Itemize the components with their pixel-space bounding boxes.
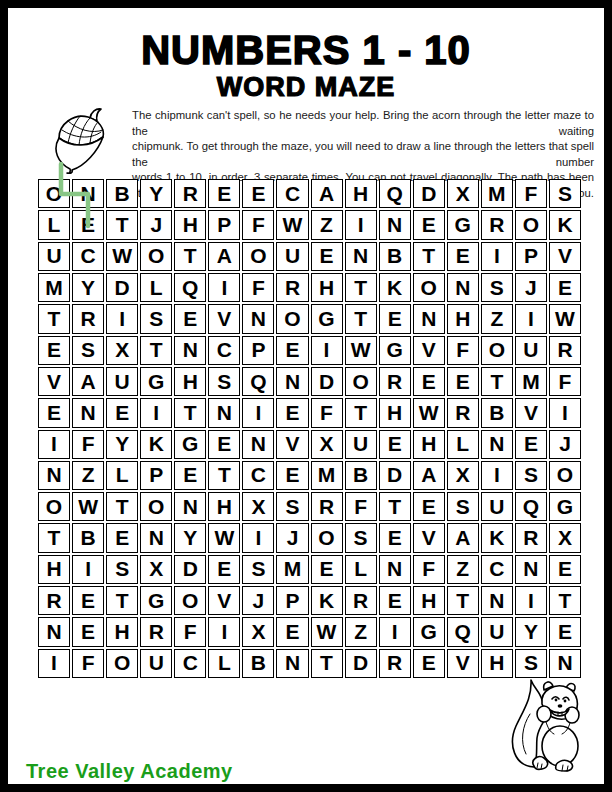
grid-cell-r4c12: O <box>413 273 445 302</box>
grid-cell-r10c9: M <box>311 461 343 490</box>
grid-cell-r13c2: I <box>72 555 104 584</box>
grid-cell-r8c14: B <box>481 398 513 427</box>
grid-cell-r11c3: T <box>106 492 138 521</box>
grid-cell-r11c12: E <box>413 492 445 521</box>
grid-cell-r2c5: H <box>174 210 206 239</box>
grid-cell-r8c12: W <box>413 398 445 427</box>
grid-cell-r13c12: F <box>413 555 445 584</box>
grid-cell-r14c13: T <box>447 586 479 615</box>
grid-cell-r4c2: Y <box>72 273 104 302</box>
grid-cell-r4c9: H <box>311 273 343 302</box>
grid-cell-r16c7: B <box>242 649 274 678</box>
instructions-line-2: chipmunk. To get through the maze, you w… <box>132 139 594 170</box>
grid-cell-r7c2: A <box>72 367 104 396</box>
grid-cell-r5c4: S <box>140 304 172 333</box>
grid-cell-r2c7: F <box>242 210 274 239</box>
page-subtitle: WORD MAZE <box>8 72 604 103</box>
grid-cell-r2c15: O <box>515 210 547 239</box>
grid-cell-r11c13: S <box>447 492 479 521</box>
grid-cell-r9c16: J <box>549 430 581 459</box>
letter-maze-grid: ONBYREECAHQDXMFSLETJHPFWZINEGROKUCWOTAOU… <box>38 179 581 678</box>
grid-cell-r14c14: N <box>481 586 513 615</box>
grid-cell-r2c13: G <box>447 210 479 239</box>
grid-cell-r12c8: J <box>276 523 308 552</box>
grid-cell-r13c15: N <box>515 555 547 584</box>
grid-cell-r2c10: I <box>345 210 377 239</box>
grid-cell-r1c16: S <box>549 179 581 208</box>
grid-cell-r2c1: L <box>38 210 70 239</box>
grid-cell-r13c4: X <box>140 555 172 584</box>
grid-cell-r8c11: H <box>379 398 411 427</box>
grid-cell-r4c5: Q <box>174 273 206 302</box>
grid-cell-r11c11: T <box>379 492 411 521</box>
grid-cell-r7c12: E <box>413 367 445 396</box>
grid-cell-r12c10: S <box>345 523 377 552</box>
grid-cell-r13c14: C <box>481 555 513 584</box>
grid-cell-r12c11: E <box>379 523 411 552</box>
grid-cell-r4c13: N <box>447 273 479 302</box>
grid-cell-r6c6: C <box>208 336 240 365</box>
grid-cell-r1c1: O <box>38 179 70 208</box>
grid-cell-r9c13: L <box>447 430 479 459</box>
grid-cell-r12c5: Y <box>174 523 206 552</box>
grid-cell-r11c7: X <box>242 492 274 521</box>
grid-cell-r3c11: B <box>379 242 411 271</box>
grid-cell-r16c6: L <box>208 649 240 678</box>
grid-cell-r16c1: I <box>38 649 70 678</box>
grid-cell-r4c4: L <box>140 273 172 302</box>
grid-cell-r10c16: O <box>549 461 581 490</box>
grid-cell-r15c7: X <box>242 617 274 646</box>
grid-cell-r8c4: I <box>140 398 172 427</box>
grid-cell-r3c15: P <box>515 242 547 271</box>
grid-cell-r11c16: G <box>549 492 581 521</box>
grid-cell-r15c10: Z <box>345 617 377 646</box>
grid-cell-r13c13: Z <box>447 555 479 584</box>
grid-cell-r6c2: S <box>72 336 104 365</box>
grid-cell-r7c3: U <box>106 367 138 396</box>
grid-cell-r14c6: V <box>208 586 240 615</box>
grid-cell-r9c9: X <box>311 430 343 459</box>
grid-cell-r10c11: D <box>379 461 411 490</box>
grid-cell-r2c2: E <box>72 210 104 239</box>
grid-cell-r13c16: E <box>549 555 581 584</box>
grid-cell-r14c12: H <box>413 586 445 615</box>
grid-cell-r1c13: X <box>447 179 479 208</box>
grid-cell-r10c4: P <box>140 461 172 490</box>
grid-cell-r3c8: U <box>276 242 308 271</box>
grid-cell-r2c9: Z <box>311 210 343 239</box>
grid-cell-r5c10: T <box>345 304 377 333</box>
grid-cell-r13c10: L <box>345 555 377 584</box>
instructions-line-1: The chipmunk can't spell, so he needs yo… <box>132 108 594 139</box>
grid-cell-r15c12: G <box>413 617 445 646</box>
grid-cell-r1c10: H <box>345 179 377 208</box>
grid-cell-r12c6: W <box>208 523 240 552</box>
grid-cell-r16c8: N <box>276 649 308 678</box>
grid-cell-r14c5: O <box>174 586 206 615</box>
grid-cell-r4c11: K <box>379 273 411 302</box>
grid-cell-r11c15: Q <box>515 492 547 521</box>
grid-cell-r16c2: F <box>72 649 104 678</box>
grid-cell-r12c3: E <box>106 523 138 552</box>
grid-cell-r15c14: U <box>481 617 513 646</box>
grid-cell-r7c13: E <box>447 367 479 396</box>
grid-cell-r1c7: E <box>242 179 274 208</box>
grid-cell-r7c11: R <box>379 367 411 396</box>
grid-cell-r9c10: U <box>345 430 377 459</box>
grid-cell-r13c7: S <box>242 555 274 584</box>
grid-cell-r11c10: F <box>345 492 377 521</box>
grid-cell-r3c3: W <box>106 242 138 271</box>
grid-cell-r7c16: F <box>549 367 581 396</box>
chipmunk-icon <box>504 674 594 774</box>
grid-cell-r6c10: W <box>345 336 377 365</box>
grid-cell-r3c6: A <box>208 242 240 271</box>
grid-cell-r12c9: O <box>311 523 343 552</box>
grid-cell-r14c3: T <box>106 586 138 615</box>
grid-cell-r5c3: I <box>106 304 138 333</box>
grid-cell-r7c1: V <box>38 367 70 396</box>
grid-cell-r6c15: U <box>515 336 547 365</box>
grid-cell-r3c10: N <box>345 242 377 271</box>
grid-cell-r1c11: Q <box>379 179 411 208</box>
grid-cell-r16c3: O <box>106 649 138 678</box>
grid-cell-r10c3: L <box>106 461 138 490</box>
grid-cell-r11c1: O <box>38 492 70 521</box>
grid-cell-r13c8: M <box>276 555 308 584</box>
acorn-icon <box>46 106 112 174</box>
grid-cell-r7c6: S <box>208 367 240 396</box>
grid-cell-r14c8: P <box>276 586 308 615</box>
grid-cell-r15c11: I <box>379 617 411 646</box>
grid-cell-r7c5: H <box>174 367 206 396</box>
grid-cell-r8c13: R <box>447 398 479 427</box>
grid-cell-r15c4: R <box>140 617 172 646</box>
grid-cell-r10c14: I <box>481 461 513 490</box>
grid-cell-r4c7: F <box>242 273 274 302</box>
grid-cell-r4c1: M <box>38 273 70 302</box>
grid-cell-r11c2: W <box>72 492 104 521</box>
grid-cell-r14c11: E <box>379 586 411 615</box>
grid-cell-r13c3: S <box>106 555 138 584</box>
grid-cell-r15c8: E <box>276 617 308 646</box>
grid-cell-r15c16: E <box>549 617 581 646</box>
grid-cell-r14c7: J <box>242 586 274 615</box>
grid-cell-r15c13: Q <box>447 617 479 646</box>
grid-cell-r8c6: N <box>208 398 240 427</box>
grid-cell-r12c15: R <box>515 523 547 552</box>
grid-cell-r8c5: T <box>174 398 206 427</box>
grid-cell-r2c12: E <box>413 210 445 239</box>
grid-cell-r11c8: S <box>276 492 308 521</box>
grid-cell-r5c13: H <box>447 304 479 333</box>
grid-cell-r4c16: E <box>549 273 581 302</box>
worksheet-page: NUMBERS 1 - 10 WORD MAZE The chipmunk ca… <box>0 0 612 792</box>
grid-cell-r7c8: N <box>276 367 308 396</box>
grid-cell-r1c5: R <box>174 179 206 208</box>
footer-brand: Tree Valley Academy <box>26 760 233 783</box>
grid-cell-r8c1: E <box>38 398 70 427</box>
grid-cell-r8c15: V <box>515 398 547 427</box>
grid-cell-r7c7: Q <box>242 367 274 396</box>
grid-cell-r13c9: E <box>311 555 343 584</box>
grid-cell-r16c5: C <box>174 649 206 678</box>
grid-cell-r9c11: E <box>379 430 411 459</box>
grid-cell-r8c9: F <box>311 398 343 427</box>
grid-cell-r4c10: T <box>345 273 377 302</box>
grid-cell-r9c7: N <box>242 430 274 459</box>
page-title: NUMBERS 1 - 10 <box>8 28 604 73</box>
grid-cell-r3c2: C <box>72 242 104 271</box>
grid-cell-r14c1: R <box>38 586 70 615</box>
grid-cell-r3c7: O <box>242 242 274 271</box>
grid-cell-r6c11: G <box>379 336 411 365</box>
grid-cell-r3c5: T <box>174 242 206 271</box>
grid-cell-r6c1: E <box>38 336 70 365</box>
grid-cell-r5c8: O <box>276 304 308 333</box>
grid-cell-r11c5: N <box>174 492 206 521</box>
grid-cell-r12c13: A <box>447 523 479 552</box>
grid-cell-r5c1: T <box>38 304 70 333</box>
grid-cell-r6c5: N <box>174 336 206 365</box>
grid-cell-r15c6: I <box>208 617 240 646</box>
grid-cell-r13c1: H <box>38 555 70 584</box>
grid-cell-r2c6: P <box>208 210 240 239</box>
grid-cell-r6c13: F <box>447 336 479 365</box>
grid-cell-r9c8: V <box>276 430 308 459</box>
grid-cell-r3c1: U <box>38 242 70 271</box>
grid-cell-r12c12: V <box>413 523 445 552</box>
acorn-illustration <box>46 106 112 174</box>
grid-cell-r15c2: E <box>72 617 104 646</box>
grid-cell-r10c2: Z <box>72 461 104 490</box>
grid-cell-r15c9: W <box>311 617 343 646</box>
grid-cell-r8c7: I <box>242 398 274 427</box>
grid-cell-r16c11: R <box>379 649 411 678</box>
grid-cell-r9c12: H <box>413 430 445 459</box>
grid-cell-r12c14: K <box>481 523 513 552</box>
grid-cell-r16c13: V <box>447 649 479 678</box>
grid-cell-r6c14: O <box>481 336 513 365</box>
grid-cell-r4c14: S <box>481 273 513 302</box>
grid-cell-r11c14: U <box>481 492 513 521</box>
grid-cell-r10c15: S <box>515 461 547 490</box>
grid-cell-r5c14: Z <box>481 304 513 333</box>
grid-cell-r14c2: E <box>72 586 104 615</box>
grid-cell-r7c15: M <box>515 367 547 396</box>
grid-cell-r1c6: E <box>208 179 240 208</box>
grid-cell-r7c14: T <box>481 367 513 396</box>
grid-cell-r9c3: Y <box>106 430 138 459</box>
grid-cell-r3c16: V <box>549 242 581 271</box>
grid-cell-r5c6: V <box>208 304 240 333</box>
grid-cell-r8c16: I <box>549 398 581 427</box>
grid-cell-r2c3: T <box>106 210 138 239</box>
grid-cell-r3c9: E <box>311 242 343 271</box>
grid-cell-r16c9: T <box>311 649 343 678</box>
grid-cell-r14c9: K <box>311 586 343 615</box>
grid-cell-r16c4: U <box>140 649 172 678</box>
grid-cell-r4c3: D <box>106 273 138 302</box>
grid-cell-r6c8: E <box>276 336 308 365</box>
grid-cell-r11c6: H <box>208 492 240 521</box>
grid-cell-r3c12: T <box>413 242 445 271</box>
grid-cell-r9c4: K <box>140 430 172 459</box>
grid-cell-r10c13: X <box>447 461 479 490</box>
grid-cell-r10c12: A <box>413 461 445 490</box>
grid-cell-r1c2: N <box>72 179 104 208</box>
grid-cell-r8c10: T <box>345 398 377 427</box>
grid-cell-r6c9: I <box>311 336 343 365</box>
grid-cell-r6c16: R <box>549 336 581 365</box>
grid-cell-r7c4: G <box>140 367 172 396</box>
grid-cell-r9c14: N <box>481 430 513 459</box>
grid-cell-r10c6: T <box>208 461 240 490</box>
grid-cell-r8c8: E <box>276 398 308 427</box>
grid-cell-r1c8: C <box>276 179 308 208</box>
grid-cell-r15c5: F <box>174 617 206 646</box>
grid-cell-r15c3: H <box>106 617 138 646</box>
grid-cell-r2c16: K <box>549 210 581 239</box>
grid-cell-r14c15: I <box>515 586 547 615</box>
grid-cell-r7c10: O <box>345 367 377 396</box>
grid-cell-r11c4: O <box>140 492 172 521</box>
grid-cell-r11c9: R <box>311 492 343 521</box>
grid-cell-r15c1: N <box>38 617 70 646</box>
grid-cell-r2c4: J <box>140 210 172 239</box>
grid-cell-r13c11: N <box>379 555 411 584</box>
grid-cell-r14c16: T <box>549 586 581 615</box>
grid-cell-r9c1: I <box>38 430 70 459</box>
grid-cell-r3c13: E <box>447 242 479 271</box>
grid-cell-r5c16: W <box>549 304 581 333</box>
grid-cell-r5c9: G <box>311 304 343 333</box>
grid-cell-r9c6: E <box>208 430 240 459</box>
grid-cell-r1c9: A <box>311 179 343 208</box>
grid-cell-r3c14: I <box>481 242 513 271</box>
grid-cell-r3c4: O <box>140 242 172 271</box>
grid-cell-r6c12: V <box>413 336 445 365</box>
grid-cell-r10c1: N <box>38 461 70 490</box>
grid-cell-r4c15: J <box>515 273 547 302</box>
grid-cell-r10c8: E <box>276 461 308 490</box>
grid-cell-r10c5: E <box>174 461 206 490</box>
grid-cell-r9c5: G <box>174 430 206 459</box>
grid-cell-r5c2: R <box>72 304 104 333</box>
grid-cell-r1c4: Y <box>140 179 172 208</box>
grid-cell-r6c4: T <box>140 336 172 365</box>
grid-cell-r16c12: E <box>413 649 445 678</box>
grid-cell-r12c4: N <box>140 523 172 552</box>
grid-cell-r12c2: B <box>72 523 104 552</box>
grid-cell-r8c2: N <box>72 398 104 427</box>
grid-cell-r5c12: N <box>413 304 445 333</box>
grid-cell-r2c14: R <box>481 210 513 239</box>
grid-cell-r14c10: R <box>345 586 377 615</box>
grid-cell-r12c16: X <box>549 523 581 552</box>
grid-cell-r12c7: I <box>242 523 274 552</box>
grid-cell-r8c3: E <box>106 398 138 427</box>
grid-cell-r15c15: Y <box>515 617 547 646</box>
grid-cell-r5c7: N <box>242 304 274 333</box>
grid-cell-r4c8: R <box>276 273 308 302</box>
grid-cell-r10c7: C <box>242 461 274 490</box>
grid-cell-r13c5: D <box>174 555 206 584</box>
grid-cell-r16c10: D <box>345 649 377 678</box>
grid-cell-r2c11: N <box>379 210 411 239</box>
grid-cell-r6c7: P <box>242 336 274 365</box>
grid-cell-r9c15: E <box>515 430 547 459</box>
grid-cell-r7c9: D <box>311 367 343 396</box>
grid-cell-r10c10: B <box>345 461 377 490</box>
grid-cell-r2c8: W <box>276 210 308 239</box>
grid-cell-r13c6: E <box>208 555 240 584</box>
grid-cell-r4c6: I <box>208 273 240 302</box>
grid-cell-r1c14: M <box>481 179 513 208</box>
grid-cell-r1c15: F <box>515 179 547 208</box>
grid-cell-r14c4: G <box>140 586 172 615</box>
grid-cell-r9c2: F <box>72 430 104 459</box>
grid-cell-r6c3: X <box>106 336 138 365</box>
chipmunk-illustration <box>504 674 594 774</box>
grid-cell-r5c11: E <box>379 304 411 333</box>
grid-cell-r1c3: B <box>106 179 138 208</box>
grid-cell-r5c15: I <box>515 304 547 333</box>
grid-cell-r12c1: T <box>38 523 70 552</box>
grid-cell-r1c12: D <box>413 179 445 208</box>
grid-cell-r5c5: E <box>174 304 206 333</box>
